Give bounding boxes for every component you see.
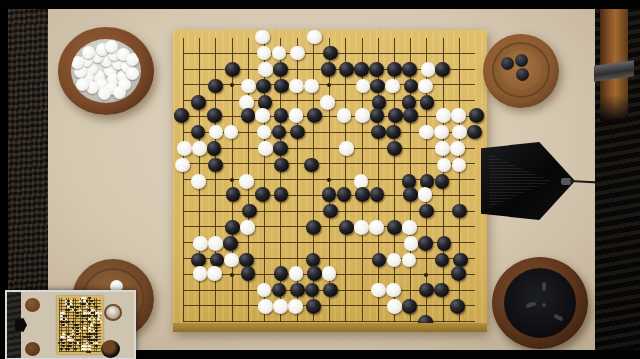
white-stone — [257, 283, 272, 298]
black-stone — [274, 266, 289, 281]
black-stone — [339, 220, 354, 235]
white-stone — [257, 125, 272, 140]
pip-white-stone — [93, 321, 96, 324]
black-stone — [372, 253, 387, 268]
black-stone — [354, 62, 369, 77]
pip-black-stone — [76, 312, 79, 315]
pip-white-stone — [60, 312, 63, 315]
white-stone — [288, 299, 303, 314]
black-stone-bowl — [492, 257, 588, 349]
white-stone — [387, 253, 402, 268]
pip-white-stone — [88, 312, 91, 315]
pip-white-stone — [83, 348, 86, 351]
white-stone — [322, 266, 337, 281]
black-stone — [226, 187, 241, 202]
white-stone — [452, 125, 467, 140]
black-stone — [225, 220, 240, 235]
black-stone — [208, 158, 223, 173]
white-stone — [207, 266, 222, 281]
black-stone — [323, 283, 338, 298]
pip-black-stone — [74, 324, 77, 327]
white-stone — [290, 46, 305, 61]
pip-black-stone — [86, 300, 89, 303]
white-stone — [418, 187, 433, 202]
black-stone — [451, 266, 466, 281]
pip-white-stone — [93, 318, 96, 321]
star-point — [327, 83, 331, 87]
pip-white-stone — [83, 327, 86, 330]
pip-white-stone — [67, 336, 70, 339]
black-stone — [208, 79, 223, 94]
pip-white-stone — [86, 345, 89, 348]
pip-black-stone — [76, 333, 79, 336]
white-stone — [241, 79, 256, 94]
black-stone — [242, 204, 257, 219]
pip-black-stone — [93, 315, 96, 318]
pip-black-stone — [62, 345, 65, 348]
black-stone — [241, 266, 256, 281]
pip-black-stone — [62, 315, 65, 318]
white-stone — [451, 108, 466, 123]
pip-black-stone — [76, 327, 79, 330]
black-stone — [388, 108, 403, 123]
pip-white-stone — [86, 348, 89, 351]
pip-black-stone — [95, 333, 98, 336]
black-stone — [273, 62, 288, 77]
white-stone — [272, 46, 287, 61]
white-stone — [239, 174, 254, 189]
pip-white-stone — [97, 312, 100, 315]
pip-white-stone — [88, 345, 91, 348]
white-stone — [258, 299, 273, 314]
pip-white-stone — [69, 339, 72, 342]
pip-white-stone — [81, 345, 84, 348]
pip-white-stone — [93, 342, 96, 345]
pip-black-stone — [95, 339, 98, 342]
pip-black-stone — [69, 345, 72, 348]
white-stone — [354, 174, 369, 189]
pip-black-stone — [74, 309, 77, 312]
black-stone — [272, 125, 287, 140]
black-stone — [307, 108, 322, 123]
black-stone-highlight — [542, 303, 546, 307]
black-stone — [191, 95, 206, 110]
wooden-post — [600, 9, 628, 119]
black-stone — [274, 79, 289, 94]
black-stone-bowl-interior — [504, 268, 576, 338]
board-side-edge — [173, 323, 487, 332]
black-stone — [404, 79, 419, 94]
pip-white-stone — [69, 303, 72, 306]
white-stone — [404, 236, 419, 251]
pip-white-stone — [100, 321, 103, 324]
pip-black-stone — [65, 348, 68, 351]
pip-black-stone — [79, 342, 82, 345]
black-stone — [223, 236, 238, 251]
pip-white-stone — [86, 312, 89, 315]
pip-bowl — [25, 342, 40, 356]
pip-black-stone — [83, 315, 86, 318]
black-stone — [386, 125, 401, 140]
captured-black-stone — [516, 68, 529, 81]
pip-black-stone — [93, 339, 96, 342]
white-stone — [208, 236, 223, 251]
pip-white-stone — [65, 324, 68, 327]
pip-black-stone — [74, 348, 77, 351]
pip-white-stone — [81, 348, 84, 351]
star-point — [230, 83, 234, 87]
white-stone — [193, 236, 208, 251]
pip-black-stone — [93, 303, 96, 306]
black-stone — [339, 62, 354, 77]
pip-black-stone — [76, 315, 79, 318]
pip-black-stone — [67, 333, 70, 336]
white-stone-in-bowl — [98, 87, 111, 100]
white-stone — [354, 220, 369, 235]
black-stone — [323, 46, 338, 61]
black-stone — [321, 62, 336, 77]
black-stone — [274, 158, 289, 173]
star-point — [230, 178, 234, 182]
pip-black-stone — [86, 318, 89, 321]
black-stone — [174, 108, 189, 123]
black-stone — [420, 174, 435, 189]
white-stone — [192, 141, 207, 156]
white-stone — [289, 79, 304, 94]
black-stone — [403, 108, 418, 123]
pip-white-stone — [100, 312, 103, 315]
white-stone — [337, 108, 352, 123]
captured-black-stone — [515, 54, 528, 67]
pip-black-stone — [72, 336, 75, 339]
pip-white-stone — [88, 318, 91, 321]
pip-black-stone — [81, 303, 84, 306]
black-stone — [467, 125, 482, 140]
black-stone-highlight — [542, 287, 546, 291]
pip-black-stone — [88, 339, 91, 342]
black-stone — [207, 108, 222, 123]
white-stone — [452, 158, 467, 173]
post-shadow — [600, 95, 628, 121]
pip-white-stone — [93, 309, 96, 312]
pip-white-stone — [72, 333, 75, 336]
black-stone — [274, 187, 289, 202]
white-stone — [437, 158, 452, 173]
pip-black-stone — [88, 315, 91, 318]
pip-black-stone — [88, 321, 91, 324]
white-stone — [224, 125, 239, 140]
white-stone — [356, 79, 371, 94]
pip-white-stone — [95, 312, 98, 315]
black-stone — [307, 266, 322, 281]
pip-white-stone — [88, 327, 91, 330]
black-stone — [435, 253, 450, 268]
white-stone — [240, 220, 255, 235]
white-stone — [209, 125, 224, 140]
pip-black-stone — [72, 306, 75, 309]
pip-black-stone — [83, 303, 86, 306]
pip-black-stone — [97, 324, 100, 327]
pip-white-stone — [79, 309, 82, 312]
white-stone — [307, 30, 322, 45]
pip-black-stone — [69, 306, 72, 309]
pip-black-stone — [86, 351, 89, 354]
white-stone — [418, 79, 433, 94]
white-stone-in-bowl — [76, 78, 89, 91]
pip-white-stone — [93, 336, 96, 339]
white-stone — [255, 108, 270, 123]
white-stone — [434, 125, 449, 140]
pip-black-stone — [88, 333, 91, 336]
pip-black-stone — [67, 321, 70, 324]
pip-black-stone — [88, 336, 91, 339]
pip-black-bowl — [101, 340, 120, 358]
pip-white-stone — [88, 330, 91, 333]
pip-black-stone — [93, 312, 96, 315]
pip-black-stone — [69, 342, 72, 345]
pip-black-stone — [83, 336, 86, 339]
white-stone-in-bowl — [105, 40, 118, 53]
pip-white-stone — [86, 303, 89, 306]
white-stone — [387, 299, 402, 314]
black-stone — [323, 204, 338, 219]
letterbox-top — [0, 0, 640, 9]
pip-white-stone — [67, 306, 70, 309]
white-stone — [371, 283, 386, 298]
black-stone — [306, 299, 321, 314]
black-stone — [225, 62, 240, 77]
black-stone — [241, 108, 256, 123]
pip-black-stone — [86, 315, 89, 318]
pip-black-stone — [62, 324, 65, 327]
pip-black-stone — [86, 333, 89, 336]
pip-white-stone — [62, 312, 65, 315]
board-grid — [183, 38, 476, 323]
pip-white-stone — [90, 324, 93, 327]
black-stone — [387, 141, 402, 156]
white-stone — [339, 141, 354, 156]
pip-white-bowl — [104, 304, 122, 321]
white-stone — [191, 174, 206, 189]
black-stone — [469, 108, 484, 123]
white-stone — [450, 141, 465, 156]
black-stone — [403, 187, 418, 202]
black-stone — [402, 299, 417, 314]
black-stone — [437, 236, 452, 251]
pip-go-board — [57, 296, 103, 354]
black-stone — [207, 141, 222, 156]
black-stone — [371, 125, 386, 140]
pip-white-stone — [65, 303, 68, 306]
pip-black-stone — [88, 351, 91, 354]
pip-black-stone — [72, 327, 75, 330]
microphone-mesh — [489, 154, 551, 208]
pip-black-stone — [95, 327, 98, 330]
white-stone — [369, 220, 384, 235]
pip-black-stone — [95, 336, 98, 339]
pip-black-stone — [90, 342, 93, 345]
white-stone — [421, 62, 436, 77]
pip-black-stone — [90, 333, 93, 336]
pip-white-stone — [86, 342, 89, 345]
pip-black-stone — [95, 324, 98, 327]
broadcast-frame — [0, 0, 640, 359]
black-stone — [419, 283, 434, 298]
black-stone — [452, 204, 467, 219]
white-stone — [355, 108, 370, 123]
pip-white-stone — [93, 330, 96, 333]
black-stone — [355, 187, 370, 202]
white-stone — [435, 141, 450, 156]
white-stone — [402, 253, 417, 268]
pip-white-stone — [76, 342, 79, 345]
pip-white-stone — [79, 330, 82, 333]
black-stone — [273, 141, 288, 156]
pip-white-stone — [97, 318, 100, 321]
pip-white-stone — [69, 300, 72, 303]
black-stone — [256, 79, 271, 94]
pip-thumbnail — [5, 290, 136, 359]
pip-black-stone — [67, 348, 70, 351]
pip-white-stone — [62, 333, 65, 336]
pip-black-stone — [60, 321, 63, 324]
pip-black-stone — [86, 336, 89, 339]
pip-black-stone — [76, 306, 79, 309]
pip-white-stone — [65, 300, 68, 303]
pip-white-stone — [83, 300, 86, 303]
black-stone — [418, 236, 433, 251]
pip-white-stone — [83, 312, 86, 315]
white-stone — [257, 46, 272, 61]
white-stone-bowl-interior — [71, 39, 141, 103]
star-point — [327, 178, 331, 182]
black-stone — [402, 62, 417, 77]
white-stone — [273, 299, 288, 314]
white-stone — [177, 141, 192, 156]
black-stone — [434, 283, 449, 298]
black-stone — [370, 187, 385, 202]
pip-black-stone — [88, 303, 91, 306]
pip-white-stone — [88, 348, 91, 351]
pip-white-stone — [83, 345, 86, 348]
pip-black-stone — [67, 303, 70, 306]
pip-black-stone — [62, 318, 65, 321]
white-stone-in-bowl — [113, 86, 126, 99]
black-stone — [306, 220, 321, 235]
pip-black-stone — [79, 345, 82, 348]
black-stone — [419, 204, 434, 219]
pip-black-stone — [90, 312, 93, 315]
black-stone — [402, 174, 417, 189]
pip-white-stone — [60, 336, 63, 339]
pip-white-stone — [95, 342, 98, 345]
white-stone-in-bowl — [126, 67, 139, 80]
captured-black-stone — [501, 57, 514, 70]
black-stone — [191, 125, 206, 140]
pip-black-stone — [90, 300, 93, 303]
black-stone — [420, 95, 435, 110]
pip-black-stone — [81, 315, 84, 318]
white-stone — [402, 220, 417, 235]
black-stone — [305, 283, 320, 298]
white-stone — [193, 266, 208, 281]
pip-black-stone — [65, 315, 68, 318]
pip-black-stone — [81, 321, 84, 324]
black-stone-highlight — [532, 302, 536, 306]
pip-black-stone — [65, 321, 68, 324]
pip-black-stone — [60, 348, 63, 351]
pip-black-stone — [60, 339, 63, 342]
pip-white-stone — [72, 330, 75, 333]
pip-microphone — [15, 318, 27, 332]
white-stone — [258, 141, 273, 156]
black-stone — [255, 187, 270, 202]
pip-white-stone — [62, 336, 65, 339]
black-stone — [322, 187, 337, 202]
pip-white-stone — [90, 309, 93, 312]
star-point — [424, 273, 428, 277]
pip-white-stone — [72, 339, 75, 342]
white-stone-in-bowl — [71, 56, 84, 69]
pip-black-stone — [95, 306, 98, 309]
black-stone — [290, 283, 305, 298]
white-stone — [224, 253, 239, 268]
white-stone — [419, 125, 434, 140]
white-stone — [258, 62, 273, 77]
pip-bowl — [25, 298, 40, 312]
pip-white-stone — [79, 300, 82, 303]
white-stone — [255, 30, 270, 45]
black-stone — [274, 108, 289, 123]
white-stone-in-bowl — [126, 53, 139, 66]
black-stone — [369, 62, 384, 77]
white-stone — [289, 266, 304, 281]
black-stone — [272, 283, 287, 298]
pip-white-stone — [72, 309, 75, 312]
black-stone — [370, 108, 385, 123]
white-stone — [320, 95, 335, 110]
pip-black-stone — [93, 333, 96, 336]
pip-white-stone — [60, 318, 63, 321]
black-stone — [387, 220, 402, 235]
black-stone — [435, 174, 450, 189]
white-stone — [436, 108, 451, 123]
pip-black-stone — [74, 342, 77, 345]
pip-black-stone — [76, 324, 79, 327]
pip-black-stone — [95, 330, 98, 333]
black-stone-highlight — [554, 314, 558, 318]
black-stone — [304, 158, 319, 173]
pip-black-stone — [67, 300, 70, 303]
pip-black-stone — [62, 321, 65, 324]
pip-black-stone — [76, 339, 79, 342]
black-stone — [450, 299, 465, 314]
black-stone — [387, 62, 402, 77]
white-stone — [289, 108, 304, 123]
pip-black-stone — [58, 342, 61, 345]
black-stone — [435, 62, 450, 77]
pip-white-stone — [97, 315, 100, 318]
pip-black-stone — [67, 309, 70, 312]
white-stone-bowl — [58, 27, 154, 115]
pip-white-stone — [65, 318, 68, 321]
pip-black-stone — [95, 345, 98, 348]
pip-black-stone — [62, 342, 65, 345]
black-stone — [290, 125, 305, 140]
pip-black-stone — [95, 315, 98, 318]
white-stone — [175, 158, 190, 173]
white-stone-in-bowl — [82, 46, 95, 59]
